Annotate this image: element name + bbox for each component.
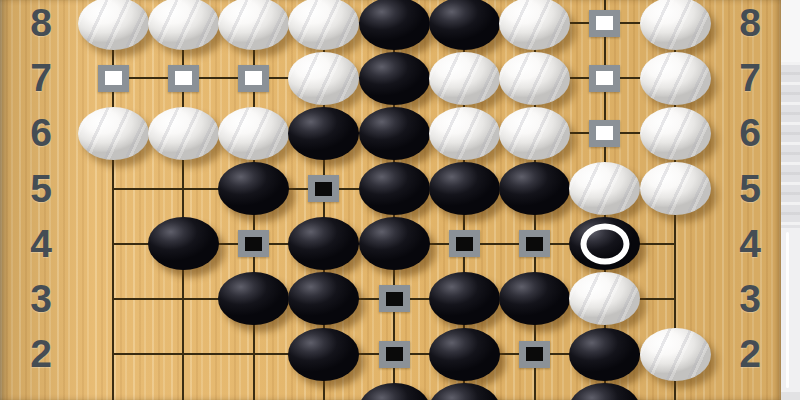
black-stone[interactable]	[218, 272, 289, 325]
row-label: 8	[30, 1, 52, 45]
white-stone[interactable]	[569, 162, 640, 215]
board-point[interactable]	[500, 0, 570, 51]
territory-marker-inner	[245, 237, 262, 251]
board-point[interactable]	[78, 0, 148, 51]
row-label: 7	[739, 56, 761, 100]
board-point[interactable]	[570, 382, 640, 400]
board-point[interactable]	[500, 161, 570, 216]
black-stone[interactable]	[359, 162, 430, 215]
board-point[interactable]	[429, 327, 499, 382]
black-stone[interactable]	[148, 217, 219, 270]
board-point[interactable]	[640, 0, 710, 51]
board-point[interactable]	[78, 161, 148, 216]
board-point[interactable]	[148, 51, 218, 106]
territory-marker-inner	[245, 71, 262, 85]
board-point[interactable]	[640, 161, 710, 216]
territory-marker-inner	[596, 16, 613, 30]
board-point[interactable]	[500, 382, 570, 400]
white-stone[interactable]	[429, 107, 500, 160]
white-stone[interactable]	[640, 107, 711, 160]
side-panel-top	[781, 0, 800, 62]
black-stone[interactable]	[499, 272, 570, 325]
board-point[interactable]	[148, 161, 218, 216]
board-point[interactable]	[359, 51, 429, 106]
side-panel-blurred-content	[781, 62, 800, 228]
black-stone[interactable]	[429, 162, 500, 215]
territory-marker-inner	[315, 182, 332, 196]
black-territory-marker	[308, 175, 339, 202]
board-point[interactable]	[500, 51, 570, 106]
board-point[interactable]	[148, 382, 218, 400]
board-point[interactable]	[570, 106, 640, 161]
board-point[interactable]	[500, 271, 570, 326]
white-stone[interactable]	[429, 52, 500, 105]
board-point[interactable]	[359, 271, 429, 326]
board-point[interactable]	[219, 106, 289, 161]
row-label: 2	[739, 332, 761, 376]
white-stone[interactable]	[148, 107, 219, 160]
territory-marker-inner	[596, 71, 613, 85]
board-grid	[78, 0, 710, 400]
black-stone[interactable]	[359, 383, 430, 400]
black-territory-marker	[449, 230, 480, 257]
board-point[interactable]	[570, 51, 640, 106]
board-point[interactable]	[219, 327, 289, 382]
board-point[interactable]	[570, 0, 640, 51]
board-point[interactable]	[359, 327, 429, 382]
white-stone[interactable]	[218, 107, 289, 160]
white-stone[interactable]	[78, 0, 149, 50]
board-point[interactable]	[219, 216, 289, 271]
black-territory-marker	[379, 341, 410, 368]
board-point[interactable]	[640, 382, 710, 400]
territory-marker-inner	[526, 237, 543, 251]
black-territory-marker	[519, 230, 550, 257]
black-stone[interactable]	[288, 328, 359, 381]
board-point[interactable]	[148, 0, 218, 51]
white-stone[interactable]	[640, 52, 711, 105]
go-app-screen: 8765432 8765432	[0, 0, 800, 400]
row-label: 3	[739, 277, 761, 321]
board-point[interactable]	[429, 51, 499, 106]
white-territory-marker	[238, 65, 269, 92]
board-point[interactable]	[429, 216, 499, 271]
row-label: 5	[739, 167, 761, 211]
black-territory-marker	[519, 341, 550, 368]
black-stone[interactable]	[359, 0, 430, 50]
board-point[interactable]	[78, 106, 148, 161]
board-point[interactable]	[78, 382, 148, 400]
board-point[interactable]	[219, 271, 289, 326]
white-territory-marker	[589, 10, 620, 37]
board-point[interactable]	[640, 216, 710, 271]
white-territory-marker	[168, 65, 199, 92]
white-stone[interactable]	[78, 107, 149, 160]
board-point[interactable]	[148, 216, 218, 271]
board-point[interactable]	[500, 327, 570, 382]
last-move-circle-marker	[580, 223, 629, 264]
board-point[interactable]	[78, 51, 148, 106]
board-point[interactable]	[148, 327, 218, 382]
white-stone[interactable]	[288, 52, 359, 105]
black-stone[interactable]	[569, 217, 640, 270]
white-stone[interactable]	[288, 0, 359, 50]
board-point[interactable]	[219, 0, 289, 51]
white-stone[interactable]	[499, 107, 570, 160]
row-label: 5	[30, 167, 52, 211]
board-point[interactable]	[359, 161, 429, 216]
black-stone[interactable]	[218, 162, 289, 215]
white-stone[interactable]	[640, 328, 711, 381]
board-point[interactable]	[570, 327, 640, 382]
board-point[interactable]	[289, 382, 359, 400]
board-point[interactable]	[148, 271, 218, 326]
board-point[interactable]	[359, 106, 429, 161]
row-label: 6	[739, 111, 761, 155]
black-stone[interactable]	[288, 217, 359, 270]
white-stone[interactable]	[218, 0, 289, 50]
black-stone[interactable]	[359, 107, 430, 160]
black-stone[interactable]	[429, 0, 500, 50]
white-stone[interactable]	[640, 162, 711, 215]
board-point[interactable]	[219, 382, 289, 400]
row-label: 6	[30, 111, 52, 155]
board-point[interactable]	[429, 0, 499, 51]
black-stone[interactable]	[499, 162, 570, 215]
board-point[interactable]	[359, 216, 429, 271]
territory-marker-inner	[386, 347, 403, 361]
black-territory-marker	[379, 285, 410, 312]
black-stone[interactable]	[429, 383, 500, 400]
black-stone[interactable]	[429, 328, 500, 381]
board-point[interactable]	[500, 216, 570, 271]
territory-marker-inner	[456, 237, 473, 251]
board-point[interactable]	[289, 327, 359, 382]
board-point[interactable]	[78, 216, 148, 271]
scrollbar-thumb[interactable]	[786, 232, 789, 388]
board-point[interactable]	[148, 106, 218, 161]
board-point[interactable]	[359, 0, 429, 51]
row-label: 3	[30, 277, 52, 321]
board-point[interactable]	[289, 216, 359, 271]
board-point[interactable]	[219, 51, 289, 106]
board-point[interactable]	[78, 271, 148, 326]
board-point[interactable]	[570, 271, 640, 326]
board-point[interactable]	[289, 0, 359, 51]
black-territory-marker	[238, 230, 269, 257]
black-stone[interactable]	[288, 272, 359, 325]
row-label: 4	[30, 222, 52, 266]
board-point[interactable]	[219, 161, 289, 216]
board-point[interactable]	[640, 271, 710, 326]
row-label: 2	[30, 332, 52, 376]
black-stone[interactable]	[429, 272, 500, 325]
black-stone[interactable]	[288, 107, 359, 160]
territory-marker-inner	[175, 71, 192, 85]
white-stone[interactable]	[640, 0, 711, 50]
board-point[interactable]	[429, 106, 499, 161]
territory-marker-inner	[526, 347, 543, 361]
white-stone[interactable]	[569, 272, 640, 325]
board-point[interactable]	[429, 161, 499, 216]
white-territory-marker	[98, 65, 129, 92]
side-panel-lower	[781, 228, 800, 392]
row-label: 7	[30, 56, 52, 100]
white-stone[interactable]	[499, 52, 570, 105]
board-point[interactable]	[78, 327, 148, 382]
row-label: 4	[739, 222, 761, 266]
territory-marker-inner	[596, 126, 613, 140]
black-stone[interactable]	[569, 383, 640, 400]
territory-marker-inner	[105, 71, 122, 85]
board-point[interactable]	[429, 271, 499, 326]
board-point[interactable]	[289, 51, 359, 106]
board-point[interactable]	[500, 106, 570, 161]
board-point[interactable]	[289, 161, 359, 216]
territory-marker-inner	[386, 292, 403, 306]
black-stone[interactable]	[569, 328, 640, 381]
board-point[interactable]	[289, 106, 359, 161]
white-stone[interactable]	[499, 0, 570, 50]
row-label: 8	[739, 1, 761, 45]
board-point[interactable]	[359, 382, 429, 400]
board-point[interactable]	[289, 271, 359, 326]
white-stone[interactable]	[148, 0, 219, 50]
board-point[interactable]	[429, 382, 499, 400]
board-point[interactable]	[570, 161, 640, 216]
side-panel-bottom	[781, 392, 800, 400]
board-point[interactable]	[640, 51, 710, 106]
black-stone[interactable]	[359, 52, 430, 105]
white-territory-marker	[589, 120, 620, 147]
board-point[interactable]	[570, 216, 640, 271]
white-territory-marker	[589, 65, 620, 92]
board-point[interactable]	[640, 327, 710, 382]
black-stone[interactable]	[359, 217, 430, 270]
board-point[interactable]	[640, 106, 710, 161]
side-panel	[781, 0, 800, 400]
